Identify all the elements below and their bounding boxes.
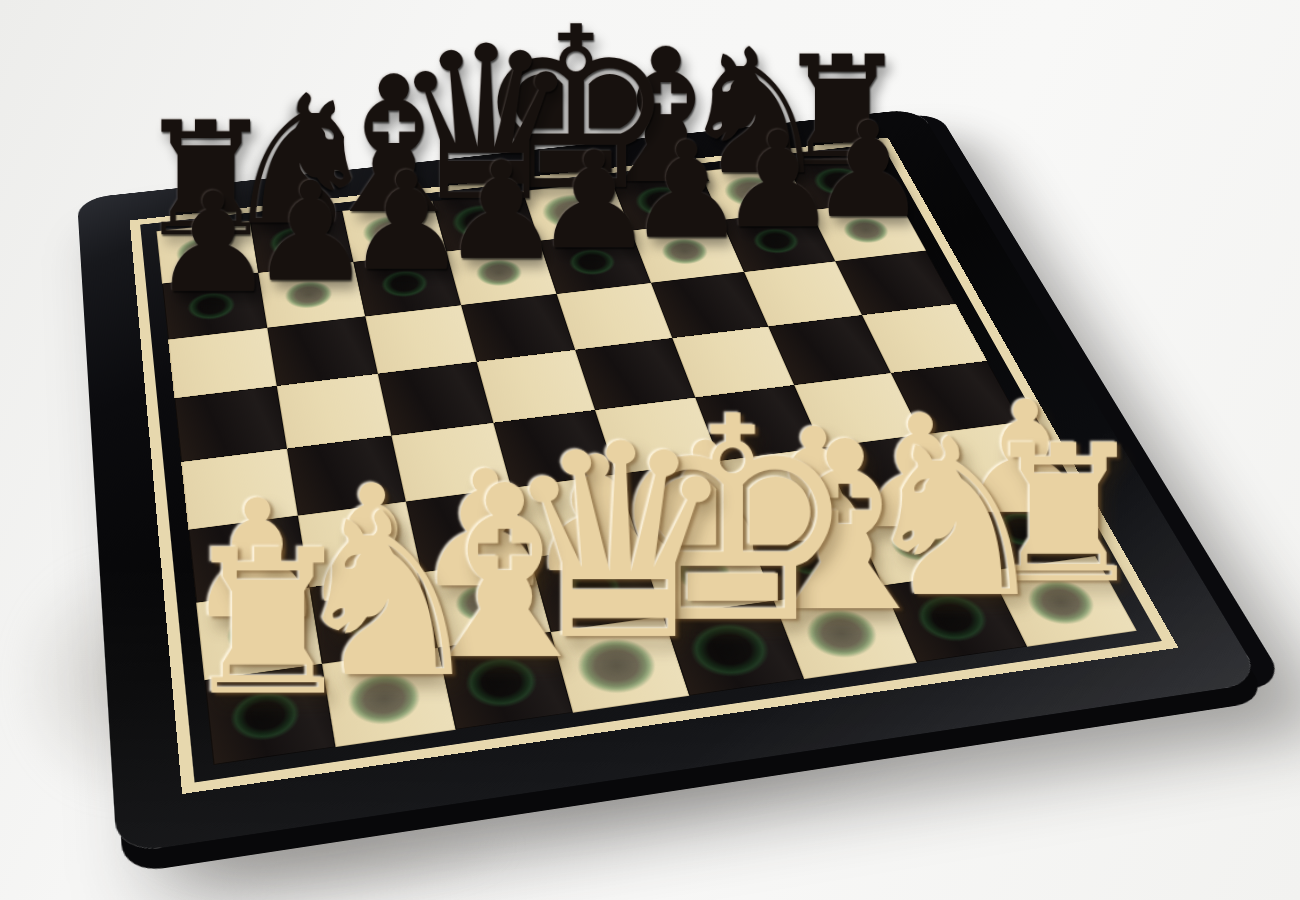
product-photo-canvas: ♜♞♝♛♚♝♞♜♟♟♟♟♟♟♟♟♟♟♟♟♟♟♟♟♜♞♝♛♚♝♞♜ [0,0,1300,900]
rook-glyph: ♜ [179,524,359,724]
pawn-glyph: ♟ [152,174,276,312]
scene-3d: ♜♞♝♛♚♝♞♜♟♟♟♟♟♟♟♟♟♟♟♟♟♟♟♟♜♞♝♛♚♝♞♜ [0,0,1300,900]
chess-board: ♜♞♝♛♚♝♞♜♟♟♟♟♟♟♟♟♟♟♟♟♟♟♟♟♜♞♝♛♚♝♞♜ [77,108,1264,854]
square-a5 [174,386,286,462]
square-a1: ♜ [204,664,335,765]
